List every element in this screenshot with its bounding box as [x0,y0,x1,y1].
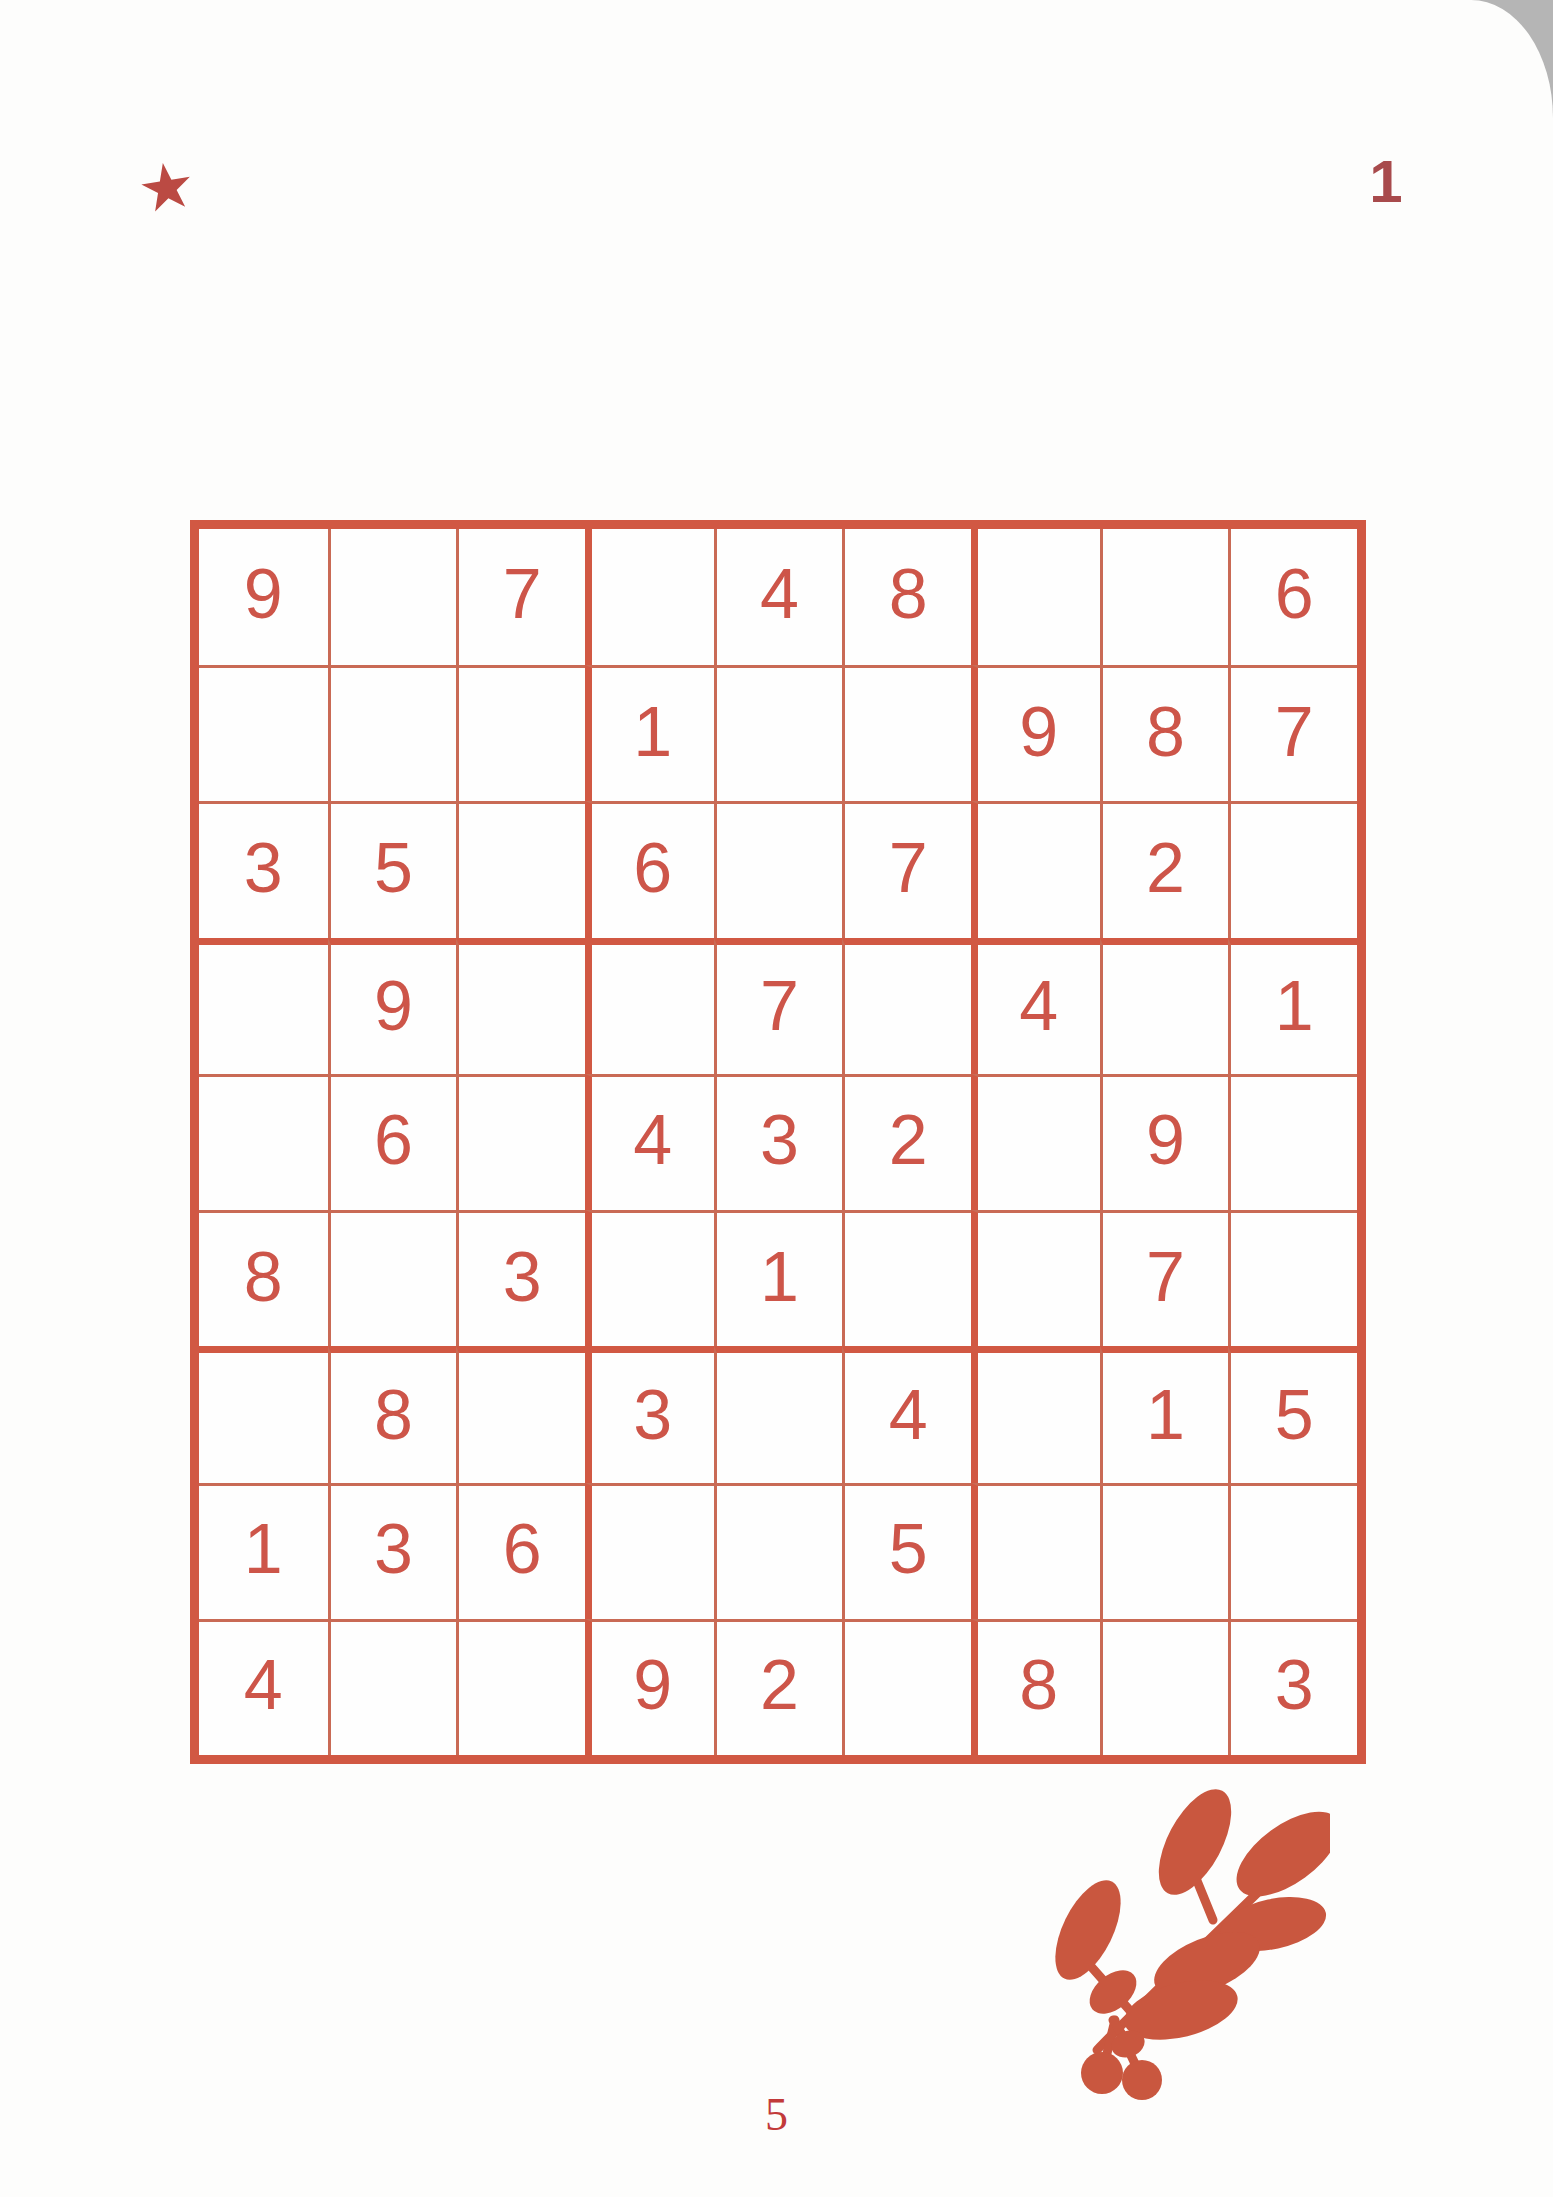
sudoku-cell-r8c2: 3 [328,1483,457,1619]
sudoku-cell-r2c4: 1 [585,665,714,801]
sudoku-cell-r5c6: 2 [842,1074,971,1210]
sudoku-cell-r6c3: 3 [456,1210,585,1346]
sudoku-cell-r6c6[interactable] [842,1210,971,1346]
sudoku-cell-r2c1[interactable] [199,665,328,801]
sudoku-cell-r1c2[interactable] [328,529,457,665]
sudoku-cell-r8c3: 6 [456,1483,585,1619]
sudoku-cell-r8c7[interactable] [971,1483,1100,1619]
sudoku-cell-r1c3: 7 [456,529,585,665]
sudoku-cell-r1c7[interactable] [971,529,1100,665]
sudoku-cell-r4c3[interactable] [456,938,585,1074]
sudoku-cell-r5c9[interactable] [1228,1074,1357,1210]
sudoku-cell-r7c6: 4 [842,1346,971,1482]
sudoku-cell-r9c3[interactable] [456,1619,585,1755]
sudoku-cell-r5c5: 3 [714,1074,843,1210]
sudoku-cell-r5c4: 4 [585,1074,714,1210]
sudoku-cell-r1c1: 9 [199,529,328,665]
sudoku-cell-r6c4[interactable] [585,1210,714,1346]
sudoku-cell-r4c6[interactable] [842,938,971,1074]
sudoku-cell-r2c2[interactable] [328,665,457,801]
sudoku-cell-r8c8[interactable] [1100,1483,1229,1619]
sudoku-cell-r8c4[interactable] [585,1483,714,1619]
puzzle-book-page: ★ 1 974861987356729741643298317834151365… [0,0,1553,2197]
sudoku-cell-r7c2: 8 [328,1346,457,1482]
sudoku-cell-r3c3[interactable] [456,801,585,937]
sudoku-cell-r6c9[interactable] [1228,1210,1357,1346]
sudoku-cell-r5c1[interactable] [199,1074,328,1210]
sudoku-cell-r2c8: 8 [1100,665,1229,801]
sudoku-cell-r8c6: 5 [842,1483,971,1619]
sudoku-cell-r4c5: 7 [714,938,843,1074]
puzzle-number: 1 [1356,152,1416,212]
sudoku-cell-r4c9: 1 [1228,938,1357,1074]
sudoku-cell-r4c4[interactable] [585,938,714,1074]
sudoku-cell-r5c7[interactable] [971,1074,1100,1210]
sudoku-cell-r9c9: 3 [1228,1619,1357,1755]
sudoku-cell-r6c7[interactable] [971,1210,1100,1346]
sudoku-cell-r2c5[interactable] [714,665,843,801]
sudoku-cell-r3c7[interactable] [971,801,1100,937]
page-corner-curl [1463,0,1553,125]
sudoku-cell-r3c9[interactable] [1228,801,1357,937]
sudoku-cell-r7c8: 1 [1100,1346,1229,1482]
sudoku-cell-r1c4[interactable] [585,529,714,665]
page-number: 5 [0,2088,1553,2141]
sudoku-cell-r9c8[interactable] [1100,1619,1229,1755]
sudoku-cell-r1c6: 8 [842,529,971,665]
sudoku-cell-r4c7: 4 [971,938,1100,1074]
sudoku-cell-r9c2[interactable] [328,1619,457,1755]
sudoku-cell-r8c1: 1 [199,1483,328,1619]
sudoku-cell-r1c9: 6 [1228,529,1357,665]
sudoku-cell-r8c9[interactable] [1228,1483,1357,1619]
sudoku-cell-r3c6: 7 [842,801,971,937]
sudoku-cell-r3c8: 2 [1100,801,1229,937]
sudoku-cell-r3c2: 5 [328,801,457,937]
sudoku-cell-r7c5[interactable] [714,1346,843,1482]
sudoku-cell-r4c1[interactable] [199,938,328,1074]
sudoku-cell-r7c7[interactable] [971,1346,1100,1482]
sudoku-cell-r1c8[interactable] [1100,529,1229,665]
sudoku-cell-r5c2: 6 [328,1074,457,1210]
sudoku-cell-r2c3[interactable] [456,665,585,801]
sudoku-cell-r6c8: 7 [1100,1210,1229,1346]
sudoku-cell-r7c1[interactable] [199,1346,328,1482]
sudoku-cell-r2c6[interactable] [842,665,971,801]
sudoku-cell-r1c5: 4 [714,529,843,665]
sudoku-cell-r9c7: 8 [971,1619,1100,1755]
sudoku-cell-r3c5[interactable] [714,801,843,937]
sudoku-cell-r6c2[interactable] [328,1210,457,1346]
sudoku-cell-r7c4: 3 [585,1346,714,1482]
leaf-branch-decoration-icon [985,1782,1330,2112]
sudoku-cell-r4c2: 9 [328,938,457,1074]
sudoku-cell-r5c8: 9 [1100,1074,1229,1210]
sudoku-cell-r4c8[interactable] [1100,938,1229,1074]
sudoku-grid: 9748619873567297416432983178341513654928… [190,520,1366,1764]
sudoku-cell-r6c5: 1 [714,1210,843,1346]
sudoku-cell-r3c1: 3 [199,801,328,937]
sudoku-cell-r8c5[interactable] [714,1483,843,1619]
page-corner-mask [1463,0,1553,125]
difficulty-star-icon: ★ [133,151,200,223]
sudoku-cell-r9c1: 4 [199,1619,328,1755]
sudoku-cell-r6c1: 8 [199,1210,328,1346]
sudoku-cell-r9c5: 2 [714,1619,843,1755]
sudoku-cell-r7c9: 5 [1228,1346,1357,1482]
sudoku-cell-r7c3[interactable] [456,1346,585,1482]
sudoku-cell-r2c9: 7 [1228,665,1357,801]
sudoku-cell-r9c6[interactable] [842,1619,971,1755]
sudoku-cell-r9c4: 9 [585,1619,714,1755]
sudoku-cell-r2c7: 9 [971,665,1100,801]
sudoku-cell-r5c3[interactable] [456,1074,585,1210]
sudoku-cell-r3c4: 6 [585,801,714,937]
